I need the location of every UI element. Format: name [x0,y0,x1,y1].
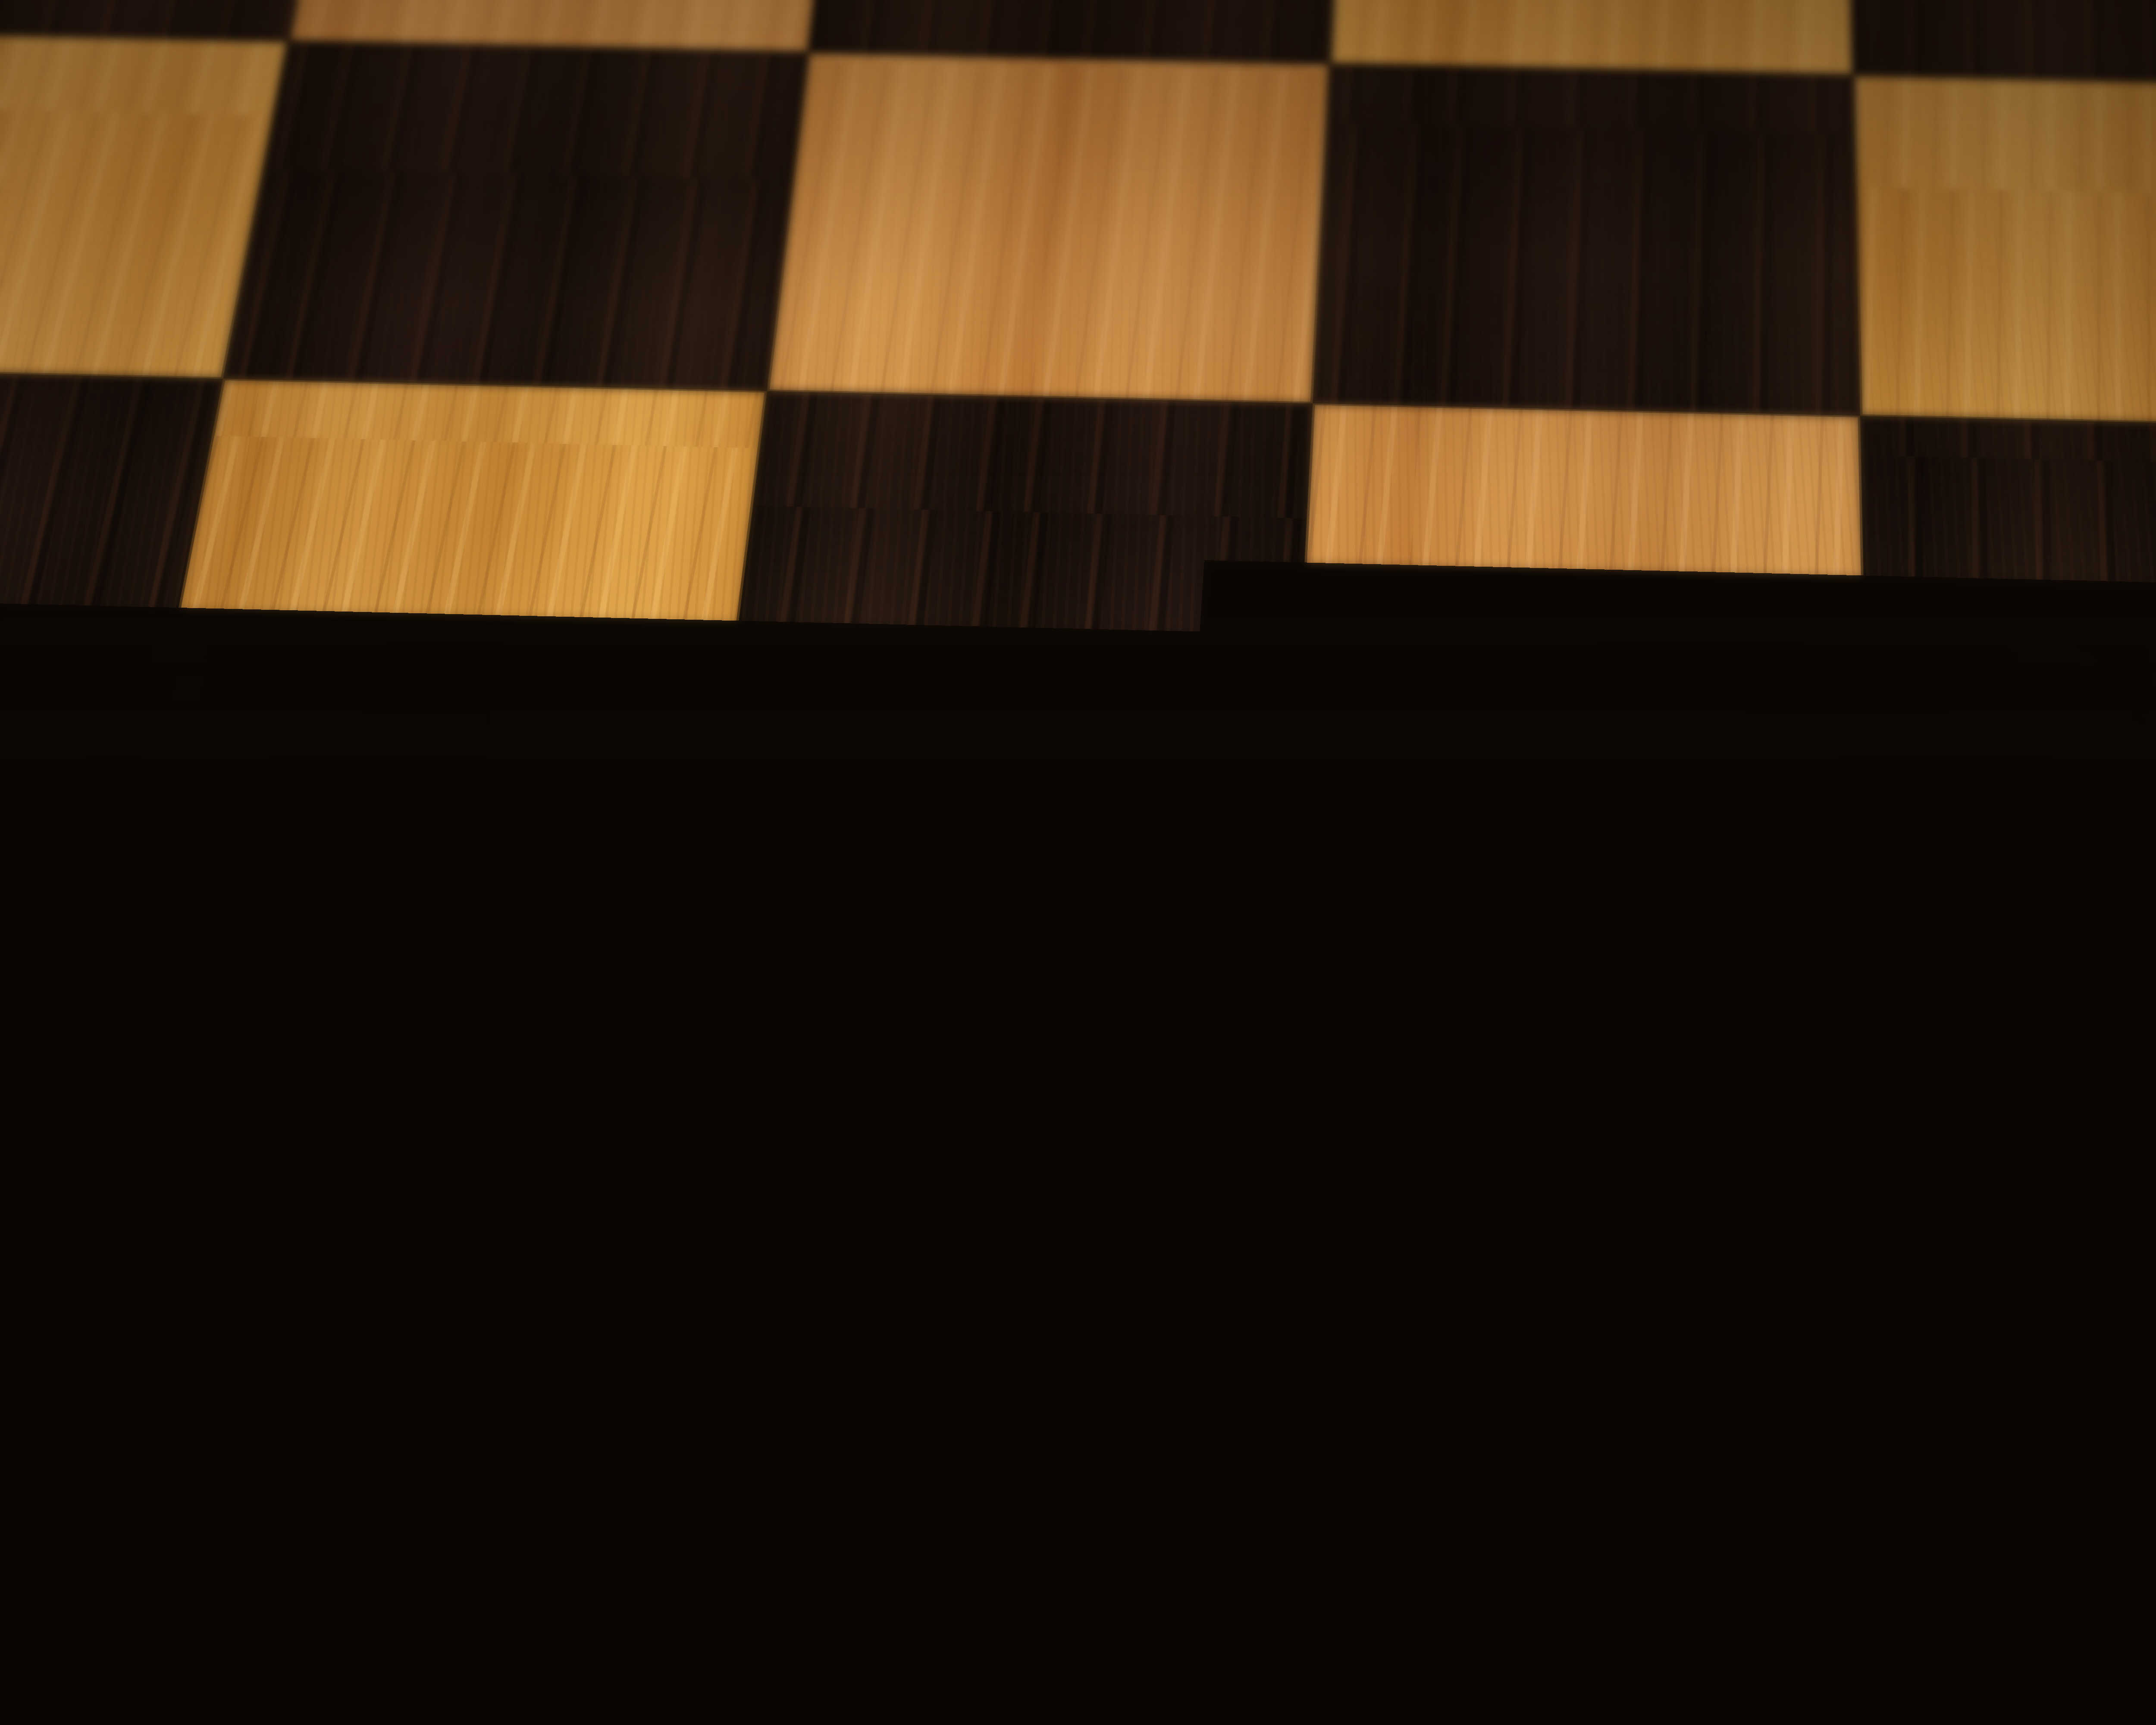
board-square [721,391,1313,776]
board-square [1249,1187,1885,1659]
board-square [1272,776,1876,1202]
board-square [671,762,1294,1187]
board-square [72,749,721,1172]
board-square [1868,790,2156,1217]
board-square [0,1157,671,1625]
board-square [1847,0,2156,86]
chessboard [0,0,2156,1725]
board-square [1330,0,1853,75]
board-square [1313,64,1860,416]
board-square [151,379,767,762]
board-square [554,1625,1249,1725]
board-square [1853,75,2156,428]
board-square [616,1172,1272,1642]
board-square [1860,416,2156,803]
chessboard-photo [0,0,2156,1725]
board-square [1876,1202,2156,1676]
board-square [767,52,1330,403]
board-square [1885,1659,2156,1725]
board-square [223,41,808,391]
board-square [0,1609,616,1725]
board-square [1294,404,1868,790]
